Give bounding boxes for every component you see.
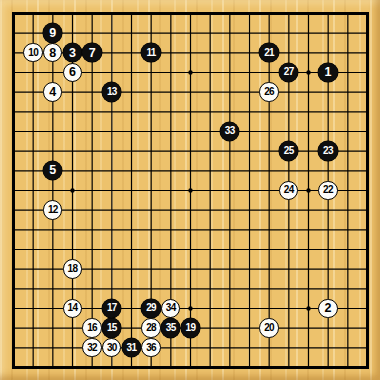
- black-stone-27: 27: [279, 63, 298, 82]
- white-stone-16: 16: [82, 318, 101, 337]
- white-stone-36: 36: [141, 338, 160, 357]
- black-stone-7: 7: [82, 43, 101, 62]
- white-stone-22: 22: [318, 181, 337, 200]
- black-stone-23: 23: [318, 141, 337, 160]
- white-stone-20: 20: [259, 318, 278, 337]
- stone-layer: 1234567891011121314151617181920212223242…: [4, 4, 377, 377]
- black-stone-15: 15: [102, 318, 121, 337]
- black-stone-31: 31: [122, 338, 141, 357]
- black-stone-9: 9: [43, 23, 62, 42]
- black-stone-29: 29: [141, 299, 160, 318]
- white-stone-24: 24: [279, 181, 298, 200]
- white-stone-18: 18: [63, 259, 82, 278]
- black-stone-13: 13: [102, 82, 121, 101]
- white-stone-34: 34: [161, 299, 180, 318]
- black-stone-17: 17: [102, 299, 121, 318]
- white-stone-30: 30: [102, 338, 121, 357]
- white-stone-8: 8: [43, 43, 62, 62]
- white-stone-12: 12: [43, 200, 62, 219]
- black-stone-11: 11: [141, 43, 160, 62]
- black-stone-25: 25: [279, 141, 298, 160]
- black-stone-21: 21: [259, 43, 278, 62]
- black-stone-35: 35: [161, 318, 180, 337]
- black-stone-5: 5: [43, 161, 62, 180]
- white-stone-4: 4: [43, 82, 62, 101]
- black-stone-3: 3: [63, 43, 82, 62]
- black-stone-33: 33: [220, 122, 239, 141]
- white-stone-28: 28: [141, 318, 160, 337]
- black-stone-19: 19: [181, 318, 200, 337]
- white-stone-2: 2: [318, 299, 337, 318]
- white-stone-14: 14: [63, 299, 82, 318]
- white-stone-26: 26: [259, 82, 278, 101]
- go-board[interactable]: 1234567891011121314151617181920212223242…: [0, 0, 380, 380]
- white-stone-10: 10: [23, 43, 42, 62]
- white-stone-32: 32: [82, 338, 101, 357]
- black-stone-1: 1: [318, 63, 337, 82]
- white-stone-6: 6: [63, 63, 82, 82]
